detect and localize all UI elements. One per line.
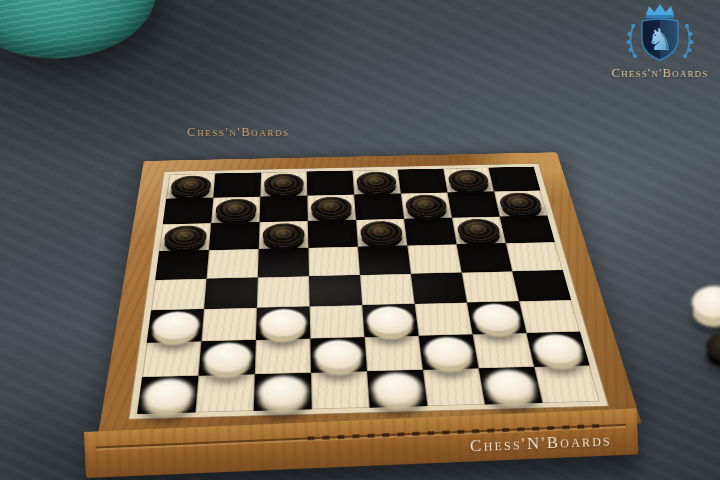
square-r4c8[interactable]	[506, 242, 563, 271]
square-r2c3[interactable]	[260, 196, 308, 222]
square-r4c4[interactable]	[308, 247, 360, 277]
board-maple-border	[128, 163, 609, 419]
square-r5c1[interactable]	[151, 279, 207, 311]
square-r6c4[interactable]	[310, 305, 365, 338]
square-r1c6[interactable]	[398, 169, 448, 194]
square-r5c6[interactable]	[411, 273, 467, 304]
square-r3c4[interactable]	[308, 220, 358, 248]
svg-text:♞: ♞	[647, 22, 674, 57]
brand-logo: ♞ Chess'n'Boards	[602, 2, 718, 81]
square-r4c5[interactable]	[358, 245, 411, 275]
square-r3c8[interactable]	[500, 215, 555, 243]
square-r7c3[interactable]	[255, 339, 311, 375]
square-r8c6[interactable]	[423, 368, 485, 406]
square-r4c1[interactable]	[155, 250, 209, 280]
checkers-board	[97, 152, 641, 439]
square-r1c4[interactable]	[307, 171, 354, 196]
square-r2c7[interactable]	[447, 191, 499, 217]
square-r7c5[interactable]	[365, 336, 423, 372]
square-r8c8[interactable]	[534, 365, 600, 403]
square-r8c2[interactable]	[195, 374, 254, 412]
board-frame	[97, 152, 641, 439]
brand-logo-text: Chess'n'Boards	[602, 66, 718, 81]
square-r3c2[interactable]	[209, 222, 260, 250]
square-r6c2[interactable]	[201, 308, 257, 342]
square-r6c8[interactable]	[519, 300, 580, 333]
square-r4c7[interactable]	[457, 243, 513, 272]
square-r2c5[interactable]	[354, 193, 404, 219]
product-photo-scene: ♞ Chess'n'Boards Chess'n'Boards Chess'N'…	[0, 0, 720, 480]
square-r4c2[interactable]	[207, 249, 259, 279]
square-r5c2[interactable]	[204, 277, 258, 309]
square-r5c4[interactable]	[309, 275, 362, 306]
offboard-white-checker[interactable]	[692, 286, 720, 318]
square-r7c1[interactable]	[142, 341, 201, 377]
square-r5c5[interactable]	[360, 274, 415, 305]
board-grid	[137, 167, 600, 414]
square-r5c7[interactable]	[462, 271, 519, 302]
square-r4c3[interactable]	[258, 248, 309, 278]
square-r2c1[interactable]	[163, 198, 214, 225]
square-r8c4[interactable]	[311, 371, 370, 409]
square-r5c8[interactable]	[512, 270, 571, 301]
square-r7c7[interactable]	[473, 333, 535, 368]
square-r5c3[interactable]	[257, 276, 310, 308]
square-r1c2[interactable]	[213, 173, 261, 198]
brand-logo-shield-icon: ♞	[602, 2, 718, 64]
square-r4c6[interactable]	[407, 244, 461, 273]
offboard-black-checker[interactable]	[706, 332, 720, 360]
square-r3c6[interactable]	[404, 218, 457, 246]
frame-brand-text: Chess'N'Boards	[470, 431, 613, 457]
square-r6c6[interactable]	[415, 303, 473, 336]
square-r1c8[interactable]	[489, 167, 541, 192]
